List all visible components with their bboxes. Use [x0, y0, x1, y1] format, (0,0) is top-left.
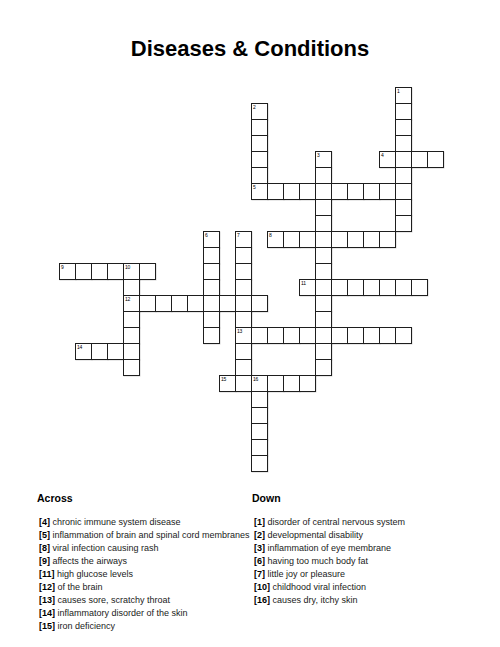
cell-r12c16[interactable] [315, 279, 332, 296]
cell-r20c12[interactable] [251, 407, 268, 424]
cell-r9c16[interactable] [315, 231, 332, 248]
cell-r15c12[interactable] [251, 327, 268, 344]
clue-down-1: [1] disorder of central nervous system [252, 516, 467, 529]
clue-text: causes sore, scratchy throat [58, 595, 171, 605]
cell-r3c21[interactable] [395, 135, 412, 152]
cell-r4c22[interactable] [411, 151, 428, 168]
cell-r15c15[interactable] [299, 327, 316, 344]
cell-r14c11[interactable] [235, 311, 252, 328]
cell-r8c21[interactable] [395, 215, 412, 232]
cell-number: 6 [205, 232, 208, 238]
clue-number: [14] [39, 608, 55, 618]
cell-r11c9[interactable] [203, 263, 220, 280]
cell-r6c13[interactable] [267, 183, 284, 200]
cell-r2c12[interactable] [251, 119, 268, 136]
clue-text: of the brain [58, 582, 103, 592]
cell-r13c4[interactable]: 12 [123, 295, 140, 312]
cell-number: 16 [253, 376, 258, 382]
clue-down-2: [2] developmental disability [252, 529, 467, 542]
clue-text: developmental disability [268, 530, 364, 540]
cell-r12c11[interactable] [235, 279, 252, 296]
cell-r9c9[interactable]: 6 [203, 231, 220, 248]
cell-number: 1 [397, 88, 400, 94]
cell-r18c11[interactable] [235, 375, 252, 392]
cell-r9c13[interactable]: 8 [267, 231, 284, 248]
cell-r15c14[interactable] [283, 327, 300, 344]
clue-number: [7] [254, 569, 265, 579]
cell-r11c11[interactable] [235, 263, 252, 280]
cell-r13c10[interactable] [219, 295, 236, 312]
cell-r18c13[interactable] [267, 375, 284, 392]
cell-r5c12[interactable] [251, 167, 268, 184]
cell-r11c0[interactable]: 9 [59, 263, 76, 280]
cell-r15c11[interactable]: 13 [235, 327, 252, 344]
cell-r15c9[interactable] [203, 327, 220, 344]
cell-r9c11[interactable]: 7 [235, 231, 252, 248]
clue-text: childhood viral infection [273, 582, 367, 592]
clue-number: [13] [39, 595, 55, 605]
clue-number: [15] [39, 621, 55, 631]
clue-text: chronic immune system disease [53, 517, 181, 527]
cell-r14c16[interactable] [315, 311, 332, 328]
cell-r2c21[interactable] [395, 119, 412, 136]
cell-r10c11[interactable] [235, 247, 252, 264]
cell-r16c2[interactable] [91, 343, 108, 360]
clue-down-10: [10] childhood viral infection [252, 581, 467, 594]
cell-r12c18[interactable] [347, 279, 364, 296]
cell-r10c16[interactable] [315, 247, 332, 264]
cell-r6c20[interactable] [379, 183, 396, 200]
cell-number: 3 [317, 152, 320, 158]
cell-r4c20[interactable]: 4 [379, 151, 396, 168]
cell-r6c16[interactable] [315, 183, 332, 200]
cell-r6c14[interactable] [283, 183, 300, 200]
across-clues-section: Across [4] chronic immune system disease… [37, 493, 252, 633]
cell-r18c12[interactable]: 16 [251, 375, 268, 392]
clue-number: [2] [254, 530, 265, 540]
clue-across-13: [13] causes sore, scratchy throat [37, 594, 252, 607]
cell-r9c20[interactable] [379, 231, 396, 248]
clue-across-15: [15] iron deficiency [37, 620, 252, 633]
clue-number: [11] [39, 569, 55, 579]
cell-number: 14 [77, 344, 82, 350]
cell-r13c12[interactable] [251, 295, 268, 312]
clue-down-6: [6] having too much body fat [252, 555, 467, 568]
clue-number: [6] [254, 556, 265, 566]
clue-across-5: [5] inflammation of brain and spinal cor… [37, 529, 252, 542]
cell-r12c19[interactable] [363, 279, 380, 296]
cell-r6c19[interactable] [363, 183, 380, 200]
cell-r12c17[interactable] [331, 279, 348, 296]
cell-r16c4[interactable] [123, 343, 140, 360]
cell-r11c2[interactable] [91, 263, 108, 280]
cell-r5c16[interactable] [315, 167, 332, 184]
cell-number: 13 [237, 328, 242, 334]
clue-across-12: [12] of the brain [37, 581, 252, 594]
clue-across-9: [9] affects the airways [37, 555, 252, 568]
cell-r15c18[interactable] [347, 327, 364, 344]
down-clue-list: [1] disorder of central nervous system[2… [252, 516, 467, 607]
cell-r16c1[interactable]: 14 [75, 343, 92, 360]
cell-r22c12[interactable] [251, 439, 268, 456]
cell-r17c11[interactable] [235, 359, 252, 376]
cell-r11c3[interactable] [107, 263, 124, 280]
cell-r13c7[interactable] [171, 295, 188, 312]
cell-r9c15[interactable] [299, 231, 316, 248]
cell-r17c4[interactable] [123, 359, 140, 376]
clue-text: viral infection causing rash [53, 543, 159, 553]
cell-r4c23[interactable] [427, 151, 444, 168]
cell-number: 11 [301, 280, 306, 286]
clue-text: having too much body fat [268, 556, 369, 566]
clue-down-16: [16] causes dry, itchy skin [252, 594, 467, 607]
cell-r15c21[interactable] [395, 327, 412, 344]
cell-r9c19[interactable] [363, 231, 380, 248]
cell-r16c3[interactable] [107, 343, 124, 360]
cell-r7c16[interactable] [315, 199, 332, 216]
down-clues-section: Down [1] disorder of central nervous sys… [252, 493, 467, 607]
clue-text: little joy or pleasure [268, 569, 346, 579]
cell-r6c12[interactable]: 5 [251, 183, 268, 200]
cell-number: 4 [381, 152, 384, 158]
cell-r15c20[interactable] [379, 327, 396, 344]
clue-down-7: [7] little joy or pleasure [252, 568, 467, 581]
cell-r12c20[interactable] [379, 279, 396, 296]
clue-text: affects the airways [53, 556, 127, 566]
cell-r6c17[interactable] [331, 183, 348, 200]
cell-r4c21[interactable] [395, 151, 412, 168]
cell-number: 5 [253, 184, 256, 190]
cell-number: 10 [125, 264, 130, 270]
cell-r19c12[interactable] [251, 391, 268, 408]
clue-number: [5] [39, 530, 50, 540]
clue-number: [12] [39, 582, 55, 592]
cell-r9c14[interactable] [283, 231, 300, 248]
cell-r12c4[interactable] [123, 279, 140, 296]
clue-across-14: [14] inflammatory disorder of the skin [37, 607, 252, 620]
cell-r14c9[interactable] [203, 311, 220, 328]
cell-r13c5[interactable] [139, 295, 156, 312]
clue-text: disorder of central nervous system [268, 517, 406, 527]
cell-r23c12[interactable] [251, 455, 268, 472]
cell-r13c11[interactable] [235, 295, 252, 312]
down-header: Down [252, 493, 467, 504]
clue-across-8: [8] viral infection causing rash [37, 542, 252, 555]
cell-r12c15[interactable]: 11 [299, 279, 316, 296]
across-header: Across [37, 493, 252, 504]
cell-r12c9[interactable] [203, 279, 220, 296]
clue-text: causes dry, itchy skin [273, 595, 358, 605]
cell-r13c9[interactable] [203, 295, 220, 312]
clue-text: inflammation of eye membrane [268, 543, 392, 553]
cell-r21c12[interactable] [251, 423, 268, 440]
clue-text: inflammatory disorder of the skin [58, 608, 188, 618]
cell-r1c21[interactable] [395, 103, 412, 120]
clue-number: [9] [39, 556, 50, 566]
cell-r6c21[interactable] [395, 183, 412, 200]
cell-r11c5[interactable] [139, 263, 156, 280]
clue-text: iron deficiency [58, 621, 116, 631]
clue-text: high glucose levels [57, 569, 133, 579]
cell-r14c4[interactable] [123, 311, 140, 328]
clue-across-4: [4] chronic immune system disease [37, 516, 252, 529]
cell-r17c16[interactable] [315, 359, 332, 376]
cell-r11c16[interactable] [315, 263, 332, 280]
cell-r6c15[interactable] [299, 183, 316, 200]
cell-r4c12[interactable] [251, 151, 268, 168]
cell-r9c18[interactable] [347, 231, 364, 248]
cell-r15c17[interactable] [331, 327, 348, 344]
cell-r4c16[interactable]: 3 [315, 151, 332, 168]
cell-r11c1[interactable] [75, 263, 92, 280]
across-clue-list: [4] chronic immune system disease[5] inf… [37, 516, 252, 633]
clue-number: [16] [254, 595, 270, 605]
crossword-grid: 12345678910111213141516 [0, 0, 500, 490]
cell-number: 8 [269, 232, 272, 238]
clue-text: inflammation of brain and spinal cord me… [53, 530, 250, 540]
clue-across-11: [11] high glucose levels [37, 568, 252, 581]
cell-number: 9 [61, 264, 64, 270]
cell-r12c21[interactable] [395, 279, 412, 296]
cell-r16c16[interactable] [315, 343, 332, 360]
cell-r3c12[interactable] [251, 135, 268, 152]
cell-r9c17[interactable] [331, 231, 348, 248]
cell-r7c21[interactable] [395, 199, 412, 216]
cell-r18c15[interactable] [299, 375, 316, 392]
cell-r1c12[interactable]: 2 [251, 103, 268, 120]
clue-number: [4] [39, 517, 50, 527]
clue-number: [1] [254, 517, 265, 527]
cell-number: 12 [125, 296, 130, 302]
cell-r13c8[interactable] [187, 295, 204, 312]
cell-r0c21[interactable]: 1 [395, 87, 412, 104]
cell-r13c6[interactable] [155, 295, 172, 312]
cell-r11c4[interactable]: 10 [123, 263, 140, 280]
cell-number: 2 [253, 104, 256, 110]
cell-r15c13[interactable] [267, 327, 284, 344]
cell-number: 15 [221, 376, 226, 382]
cell-r18c10[interactable]: 15 [219, 375, 236, 392]
clue-number: [8] [39, 543, 50, 553]
cell-r16c11[interactable] [235, 343, 252, 360]
clue-number: [10] [254, 582, 270, 592]
cell-r15c19[interactable] [363, 327, 380, 344]
cell-r15c4[interactable] [123, 327, 140, 344]
cell-r12c22[interactable] [411, 279, 428, 296]
cell-r10c9[interactable] [203, 247, 220, 264]
clue-down-3: [3] inflammation of eye membrane [252, 542, 467, 555]
clue-number: [3] [254, 543, 265, 553]
crossword-page: Diseases & Conditions 123456789101112131… [0, 0, 500, 647]
cell-r8c16[interactable] [315, 215, 332, 232]
cell-r5c21[interactable] [395, 167, 412, 184]
cell-r15c16[interactable] [315, 327, 332, 344]
cell-r13c16[interactable] [315, 295, 332, 312]
cell-r6c18[interactable] [347, 183, 364, 200]
cell-r18c14[interactable] [283, 375, 300, 392]
cell-number: 7 [237, 232, 240, 238]
